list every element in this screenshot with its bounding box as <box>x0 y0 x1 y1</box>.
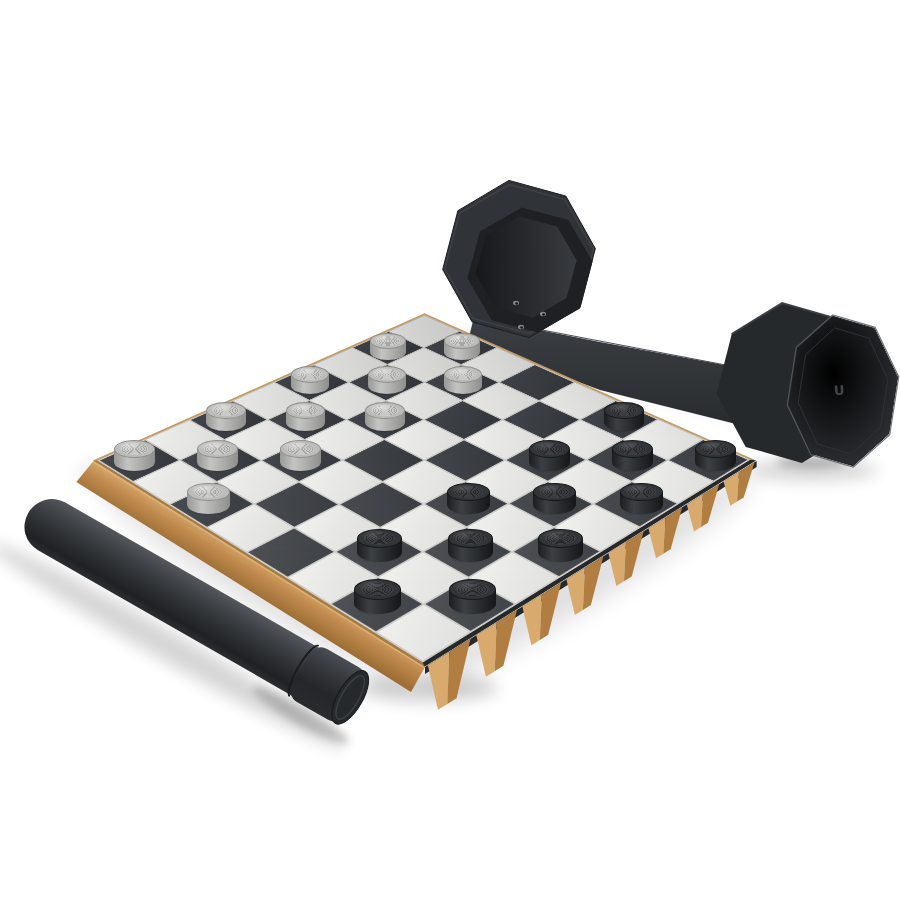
product-photo-scene: ⛀⛀⛀⛀⛀⛀⛀⛀⛀⛀⛀⛀⛂⛂⛂⛂⛂⛂⛂⛂⛂⛂⛂⛂ U <box>0 0 900 900</box>
rivet-hole <box>542 313 545 316</box>
umbra-logo: U <box>833 383 845 399</box>
rivet-hole <box>520 326 523 329</box>
rivet-hole <box>515 302 518 305</box>
board-shadow <box>358 674 498 702</box>
